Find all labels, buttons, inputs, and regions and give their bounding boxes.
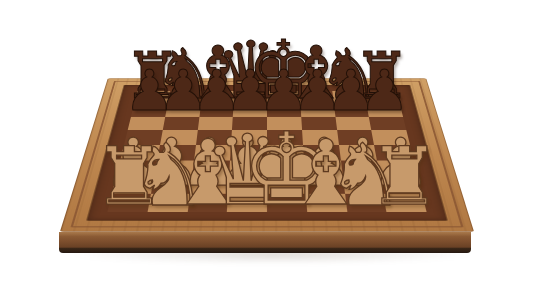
board-side-face [59,232,471,253]
piece-white-rook-h1[interactable]: ♜ [369,136,441,216]
piece-black-pawn-h7[interactable]: ♟ [359,63,409,119]
chess-scene: ♜♞♝♛♚♝♞♜♟♟♟♟♟♟♟♟♟♟♟♟♟♟♟♟♜♞♝♛♚♝♞♜ [0,0,533,300]
